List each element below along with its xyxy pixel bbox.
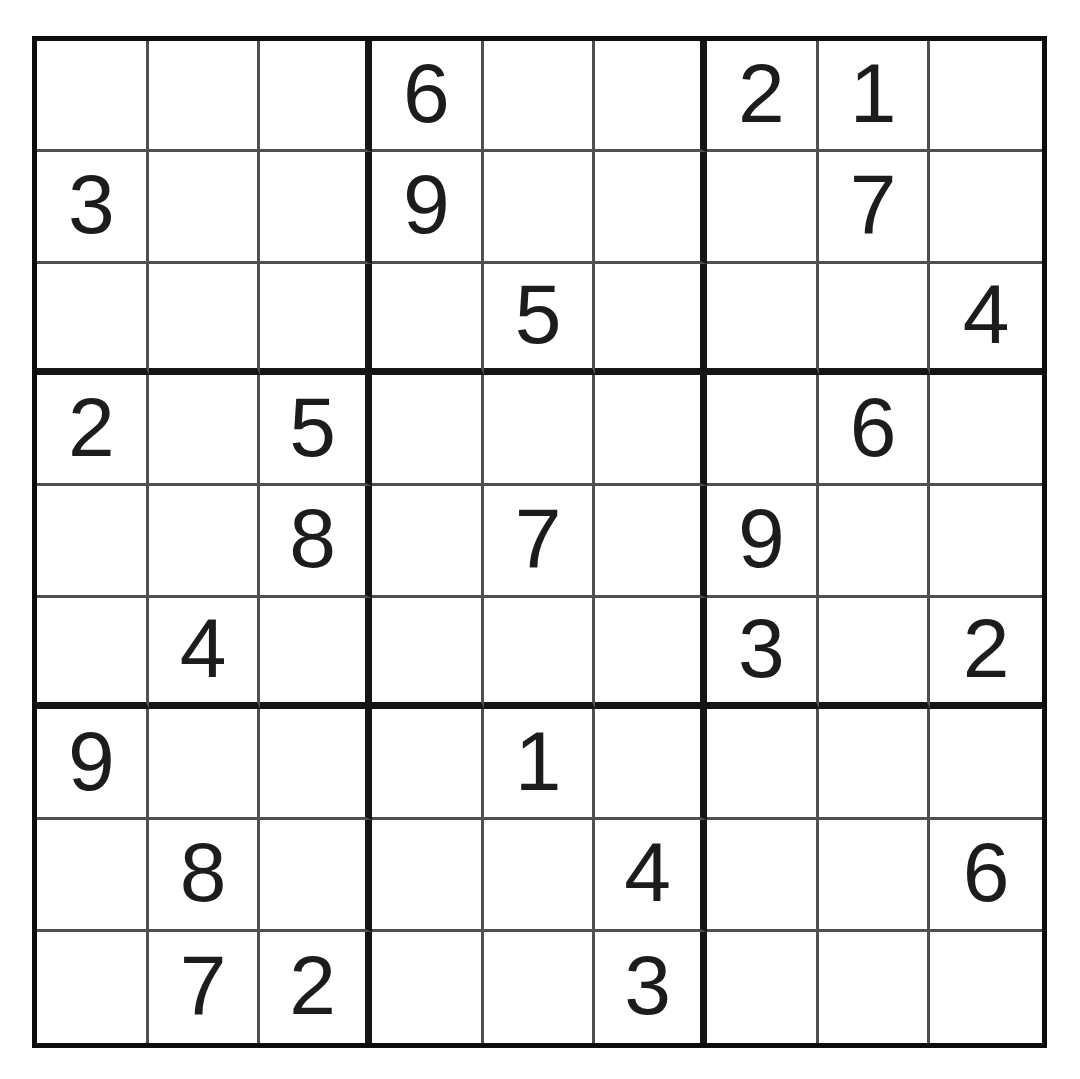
- cell-r9c8[interactable]: [819, 932, 931, 1043]
- cell-r6c7[interactable]: 3: [707, 598, 819, 709]
- cell-r9c7[interactable]: [707, 932, 819, 1043]
- given-digit: 7: [180, 943, 227, 1027]
- cell-r6c4[interactable]: [372, 598, 484, 709]
- cell-r6c2[interactable]: 4: [149, 598, 261, 709]
- cell-r7c6[interactable]: [595, 709, 707, 820]
- cell-r8c1[interactable]: [37, 820, 149, 931]
- given-digit: 8: [289, 496, 336, 580]
- cell-r2c1[interactable]: 3: [37, 152, 149, 263]
- given-digit: 9: [738, 496, 785, 580]
- sudoku-board: 6213975425687943291846723: [32, 36, 1047, 1048]
- cell-r8c4[interactable]: [372, 820, 484, 931]
- given-digit: 1: [515, 719, 562, 803]
- cell-r3c7[interactable]: [707, 264, 819, 375]
- sudoku-page: 6213975425687943291846723: [0, 0, 1080, 1079]
- given-digit: 6: [963, 830, 1010, 914]
- cell-r9c5[interactable]: [484, 932, 596, 1043]
- cell-r8c8[interactable]: [819, 820, 931, 931]
- cell-r7c7[interactable]: [707, 709, 819, 820]
- cell-r7c5[interactable]: 1: [484, 709, 596, 820]
- given-digit: 4: [963, 272, 1010, 356]
- cell-r3c8[interactable]: [819, 264, 931, 375]
- cell-r5c4[interactable]: [372, 486, 484, 597]
- cell-r2c7[interactable]: [707, 152, 819, 263]
- given-digit: 9: [403, 162, 450, 246]
- cell-r4c3[interactable]: 5: [260, 375, 372, 486]
- cell-r5c7[interactable]: 9: [707, 486, 819, 597]
- cell-r6c1[interactable]: [37, 598, 149, 709]
- cell-r9c6[interactable]: 3: [595, 932, 707, 1043]
- cell-r6c9[interactable]: 2: [930, 598, 1042, 709]
- given-digit: 2: [738, 51, 785, 135]
- cell-r3c6[interactable]: [595, 264, 707, 375]
- cell-r2c8[interactable]: 7: [819, 152, 931, 263]
- cell-r7c4[interactable]: [372, 709, 484, 820]
- cell-r3c9[interactable]: 4: [930, 264, 1042, 375]
- cell-r2c4[interactable]: 9: [372, 152, 484, 263]
- given-digit: 2: [68, 385, 115, 469]
- cell-r1c7[interactable]: 2: [707, 41, 819, 152]
- cell-r9c1[interactable]: [37, 932, 149, 1043]
- cell-r6c6[interactable]: [595, 598, 707, 709]
- cell-r1c3[interactable]: [260, 41, 372, 152]
- cell-r4c8[interactable]: 6: [819, 375, 931, 486]
- cell-r9c3[interactable]: 2: [260, 932, 372, 1043]
- cell-r8c9[interactable]: 6: [930, 820, 1042, 931]
- given-digit: 4: [624, 830, 671, 914]
- cell-r3c3[interactable]: [260, 264, 372, 375]
- cell-r8c7[interactable]: [707, 820, 819, 931]
- given-digit: 2: [289, 943, 336, 1027]
- given-digit: 6: [850, 385, 897, 469]
- cell-r6c3[interactable]: [260, 598, 372, 709]
- cell-r1c2[interactable]: [149, 41, 261, 152]
- cell-r5c1[interactable]: [37, 486, 149, 597]
- cell-r2c3[interactable]: [260, 152, 372, 263]
- cell-r5c9[interactable]: [930, 486, 1042, 597]
- cell-r3c2[interactable]: [149, 264, 261, 375]
- cell-r6c5[interactable]: [484, 598, 596, 709]
- cell-r1c6[interactable]: [595, 41, 707, 152]
- given-digit: 6: [403, 51, 450, 135]
- cell-r8c5[interactable]: [484, 820, 596, 931]
- cell-r4c9[interactable]: [930, 375, 1042, 486]
- cell-r4c2[interactable]: [149, 375, 261, 486]
- given-digit: 2: [963, 606, 1010, 690]
- cell-r4c6[interactable]: [595, 375, 707, 486]
- cell-r4c4[interactable]: [372, 375, 484, 486]
- cell-r4c1[interactable]: 2: [37, 375, 149, 486]
- given-digit: 3: [738, 606, 785, 690]
- cell-r1c8[interactable]: 1: [819, 41, 931, 152]
- cell-r5c2[interactable]: [149, 486, 261, 597]
- cell-r1c9[interactable]: [930, 41, 1042, 152]
- given-digit: 5: [515, 272, 562, 356]
- cell-r2c9[interactable]: [930, 152, 1042, 263]
- cell-r5c5[interactable]: 7: [484, 486, 596, 597]
- cell-r1c4[interactable]: 6: [372, 41, 484, 152]
- cell-r5c8[interactable]: [819, 486, 931, 597]
- given-digit: 4: [180, 606, 227, 690]
- given-digit: 5: [289, 385, 336, 469]
- cell-r4c5[interactable]: [484, 375, 596, 486]
- cell-r9c4[interactable]: [372, 932, 484, 1043]
- cell-r1c5[interactable]: [484, 41, 596, 152]
- cell-r8c3[interactable]: [260, 820, 372, 931]
- given-digit: 1: [850, 51, 897, 135]
- cell-r9c9[interactable]: [930, 932, 1042, 1043]
- cell-r7c1[interactable]: 9: [37, 709, 149, 820]
- cell-r7c9[interactable]: [930, 709, 1042, 820]
- given-digit: 7: [850, 162, 897, 246]
- given-digit: 9: [68, 719, 115, 803]
- cell-r5c3[interactable]: 8: [260, 486, 372, 597]
- cell-r3c5[interactable]: 5: [484, 264, 596, 375]
- cell-r7c2[interactable]: [149, 709, 261, 820]
- cell-r7c3[interactable]: [260, 709, 372, 820]
- cell-r5c6[interactable]: [595, 486, 707, 597]
- cell-r3c1[interactable]: [37, 264, 149, 375]
- cell-r2c2[interactable]: [149, 152, 261, 263]
- cell-r7c8[interactable]: [819, 709, 931, 820]
- cell-r4c7[interactable]: [707, 375, 819, 486]
- given-digit: 8: [180, 830, 227, 914]
- cell-r1c1[interactable]: [37, 41, 149, 152]
- given-digit: 7: [515, 496, 562, 580]
- cell-r8c2[interactable]: 8: [149, 820, 261, 931]
- cell-r6c8[interactable]: [819, 598, 931, 709]
- cell-r2c6[interactable]: [595, 152, 707, 263]
- given-digit: 3: [624, 943, 671, 1027]
- cell-r3c4[interactable]: [372, 264, 484, 375]
- cell-r2c5[interactable]: [484, 152, 596, 263]
- cell-r9c2[interactable]: 7: [149, 932, 261, 1043]
- given-digit: 3: [68, 162, 115, 246]
- cell-r8c6[interactable]: 4: [595, 820, 707, 931]
